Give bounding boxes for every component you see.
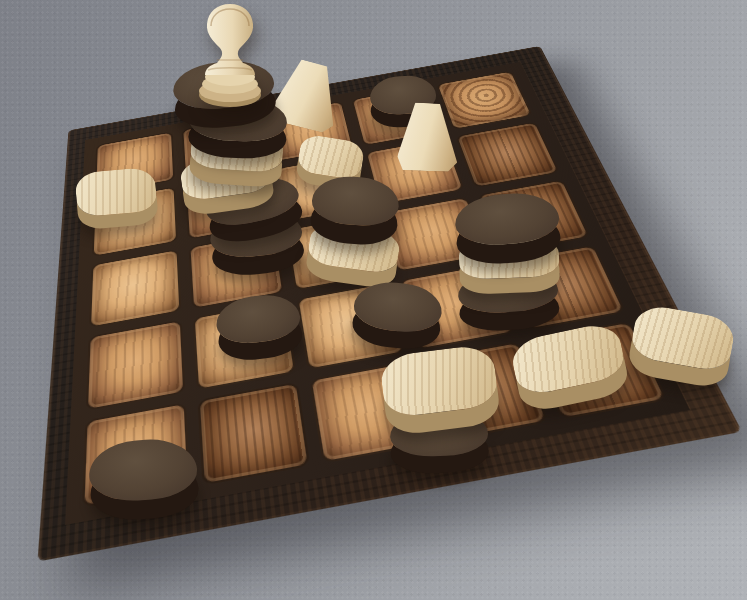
photo-canvas: { "scene": { "image_type": "overhead pho… (0, 0, 747, 600)
cell-e1 (436, 70, 533, 130)
cell-c1 (266, 101, 354, 163)
cell-a2 (92, 186, 178, 257)
cell-c4 (296, 282, 406, 371)
cell-a3 (89, 248, 181, 328)
cell-b4 (192, 301, 296, 391)
cell-a4 (86, 320, 186, 412)
cell-e2 (455, 121, 560, 188)
cell-c3 (285, 214, 387, 292)
cell-d4 (399, 263, 516, 350)
cell-d5 (420, 341, 549, 441)
cell-d2 (365, 137, 465, 205)
cell-e5 (531, 321, 668, 420)
cell-a1 (94, 131, 175, 194)
cell-c2 (275, 154, 369, 223)
cell-a5 (82, 402, 190, 508)
cell-d3 (381, 196, 489, 273)
cell-d1 (351, 86, 444, 147)
cell-b2 (185, 170, 274, 240)
cell-c5 (309, 361, 430, 463)
cell-b3 (188, 231, 284, 310)
cell-e4 (502, 245, 626, 331)
cell-b5 (197, 382, 310, 486)
cell-e3 (477, 179, 591, 254)
cell-b1 (181, 116, 264, 178)
